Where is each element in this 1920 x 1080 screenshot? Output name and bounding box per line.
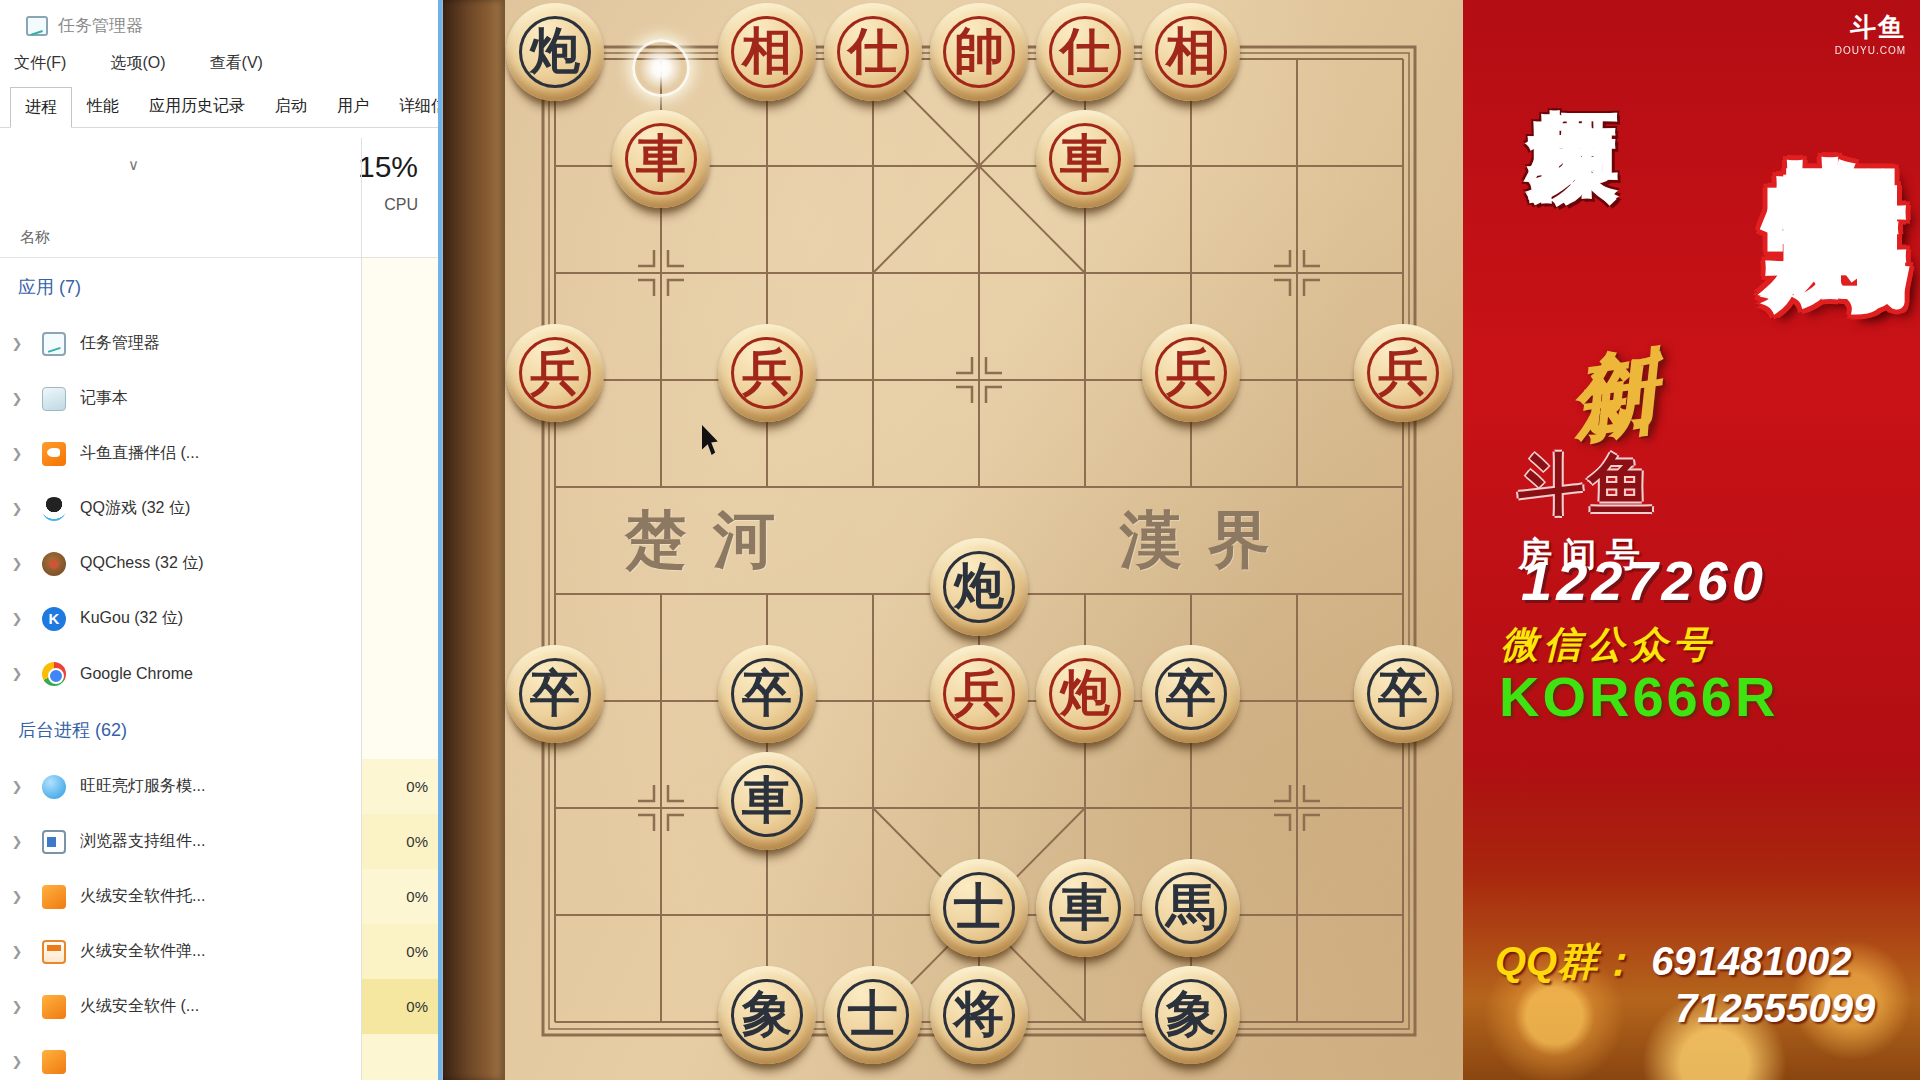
qq-group-line1: QQ群：691481002 [1495, 934, 1851, 989]
piece-red-相[interactable]: 相 [1142, 3, 1240, 101]
piece-black-炮[interactable]: 炮 [930, 538, 1028, 636]
piece-red-帥[interactable]: 帥 [930, 3, 1028, 101]
tab-启动[interactable]: 启动 [260, 86, 322, 127]
piece-glyph: 士 [848, 989, 898, 1039]
piece-black-将[interactable]: 将 [930, 966, 1028, 1064]
piece-glyph: 兵 [954, 668, 1004, 718]
browser-icon [42, 830, 66, 854]
piece-ring: 兵 [1155, 337, 1227, 409]
wechat-label: 微信公众号 [1501, 620, 1716, 670]
piece-glyph: 卒 [742, 668, 792, 718]
qqchess-icon [42, 552, 66, 576]
qq-group-number-2: 712555099 [1675, 986, 1875, 1031]
process-row[interactable]: ❯ 火绒安全软件弹... 0% [0, 924, 442, 979]
piece-ring: 相 [731, 16, 803, 88]
piece-red-仕[interactable]: 仕 [824, 3, 922, 101]
piece-glyph: 仕 [1060, 26, 1110, 76]
tab-用户[interactable]: 用户 [322, 86, 384, 127]
room-number: 1227260 [1521, 548, 1767, 613]
piece-glyph: 車 [742, 775, 792, 825]
piece-ring: 炮 [943, 551, 1015, 623]
qq-group-label: QQ群： [1495, 939, 1637, 983]
piece-glyph: 士 [954, 882, 1004, 932]
board-wood-frame [443, 0, 505, 1080]
piece-glyph: 兵 [742, 347, 792, 397]
wangwang-icon [42, 775, 66, 799]
process-name: QQ游戏 (32 位) [80, 498, 190, 519]
piece-ring: 車 [1049, 872, 1121, 944]
piece-glyph: 将 [954, 989, 1004, 1039]
taskmgr-icon [42, 332, 66, 356]
piece-glyph: 卒 [1166, 668, 1216, 718]
process-name: 旺旺亮灯服务模... [80, 776, 205, 797]
piece-black-卒[interactable]: 卒 [1354, 645, 1452, 743]
piece-black-卒[interactable]: 卒 [506, 645, 604, 743]
piece-black-象[interactable]: 象 [1142, 966, 1240, 1064]
section-header[interactable]: 后台进程 (62) [0, 701, 442, 759]
process-name: 斗鱼直播伴侣 (... [80, 443, 199, 464]
window-title: 任务管理器 [58, 14, 143, 37]
menu-item[interactable]: 文件(F) [14, 53, 66, 74]
expand-caret-icon[interactable]: ❯ [0, 666, 34, 681]
process-name: 火绒安全软件弹... [80, 941, 205, 962]
piece-ring: 相 [1155, 16, 1227, 88]
process-row[interactable]: ❯ 火绒安全软件托... 0% [0, 869, 442, 924]
tab-进程[interactable]: 进程 [10, 87, 72, 128]
piece-glyph: 仕 [848, 26, 898, 76]
process-name: 任务管理器 [80, 333, 160, 354]
piece-glyph: 車 [636, 133, 686, 183]
last-move-highlight [632, 39, 690, 97]
piece-ring: 車 [625, 123, 697, 195]
huorong2-icon [42, 940, 66, 964]
task-manager-window: 任务管理器 文件(F)选项(O)查看(V) 进程性能应用历史记录启动用户详细信息… [0, 0, 443, 1080]
menu-item[interactable]: 选项(O) [110, 53, 165, 74]
banner-stamp: 创新 [1555, 276, 1640, 288]
task-manager-titlebar[interactable]: 任务管理器 [0, 0, 442, 43]
piece-glyph: 相 [742, 26, 792, 76]
xiangqi-app-window: 楚河 漢界 炮相仕帥仕相車車兵兵兵兵炮卒卒兵炮卒卒車士車馬象士将象 [443, 0, 1463, 1080]
river-label-left: 楚河 [598, 498, 828, 582]
douyu-icon [42, 442, 66, 466]
cpu-value: 0% [362, 924, 442, 979]
banner-chessboard-photo [1463, 760, 1920, 1080]
piece-glyph: 炮 [954, 561, 1004, 611]
banner-title-vertical: 中炮对屏风马 [1758, 34, 1912, 70]
tab-详细信息[interactable]: 详细信息 [384, 86, 443, 127]
piece-glyph: 帥 [954, 26, 1004, 76]
piece-ring: 卒 [519, 658, 591, 730]
cpu-value [362, 1034, 442, 1080]
piece-glyph: 車 [1060, 133, 1110, 183]
piece-red-兵[interactable]: 兵 [718, 324, 816, 422]
process-name: QQChess (32 位) [80, 553, 204, 574]
piece-ring: 卒 [1155, 658, 1227, 730]
piece-red-炮[interactable]: 炮 [1036, 645, 1134, 743]
list-header: ∨ 15% CPU 名称 [0, 128, 442, 258]
piece-red-兵[interactable]: 兵 [1142, 324, 1240, 422]
piece-ring: 炮 [519, 16, 591, 88]
piece-ring: 兵 [519, 337, 591, 409]
cpu-column-header[interactable]: CPU [384, 196, 418, 214]
section-label: 应用 (7) [0, 275, 81, 299]
piece-black-卒[interactable]: 卒 [1142, 645, 1240, 743]
notepad-icon [42, 387, 66, 411]
menu-item[interactable]: 查看(V) [210, 53, 263, 74]
kugou-icon: K [42, 607, 66, 631]
piece-glyph: 炮 [1060, 668, 1110, 718]
piece-ring: 馬 [1155, 872, 1227, 944]
piece-red-兵[interactable]: 兵 [930, 645, 1028, 743]
piece-black-車[interactable]: 車 [718, 752, 816, 850]
piece-ring: 車 [1049, 123, 1121, 195]
piece-ring: 象 [1155, 979, 1227, 1051]
piece-glyph: 象 [742, 989, 792, 1039]
chrome-icon [42, 662, 66, 686]
piece-ring: 兵 [731, 337, 803, 409]
river-label-right: 漢界 [1093, 498, 1323, 582]
expand-caret-icon[interactable]: ❯ [0, 501, 34, 516]
cpu-value: 0% [362, 759, 442, 814]
piece-glyph: 卒 [1378, 668, 1428, 718]
qq-group-number-1: 691481002 [1651, 939, 1851, 983]
piece-black-炮[interactable]: 炮 [506, 3, 604, 101]
expand-caret-icon[interactable]: ❯ [0, 999, 34, 1014]
cpu-value: 0% [362, 869, 442, 924]
piece-red-車[interactable]: 車 [612, 110, 710, 208]
wechat-id: KOR666R [1499, 664, 1778, 729]
column-divider [361, 138, 362, 1080]
process-name: Google Chrome [80, 665, 193, 683]
huorong-icon [42, 1050, 66, 1074]
piece-glyph: 炮 [530, 26, 580, 76]
qqgame-icon [42, 497, 66, 521]
cpu-value: 0% [362, 814, 442, 869]
tab-应用历史记录[interactable]: 应用历史记录 [134, 86, 260, 127]
piece-black-車[interactable]: 車 [1036, 859, 1134, 957]
process-name: 火绒安全软件托... [80, 886, 205, 907]
name-column-header[interactable]: 名称 [20, 228, 50, 247]
process-list: 应用 (7) ❯ 任务管理器 0.1%❯ 记事本 0%❯ 斗鱼直播伴侣 (...… [0, 258, 442, 1080]
piece-red-相[interactable]: 相 [718, 3, 816, 101]
process-name: 记事本 [80, 388, 128, 409]
process-row-partial[interactable]: ❯ [0, 1034, 442, 1080]
piece-ring: 卒 [731, 658, 803, 730]
process-name: 浏览器支持组件... [80, 831, 205, 852]
expand-caret-icon[interactable]: ❯ [0, 779, 34, 794]
huorong-icon [42, 885, 66, 909]
piece-glyph: 車 [1060, 882, 1110, 932]
expand-caret-icon[interactable]: ❯ [0, 1054, 34, 1069]
process-row[interactable]: ❯ 火绒安全软件 (... 0% [0, 979, 442, 1034]
douyu-promo-banner: 斗鱼 DOUYU.COM 象棋大师 创新 斗鱼 房间号 1227260 微信公众… [1463, 0, 1920, 1080]
expand-caret-icon[interactable]: ❯ [0, 889, 34, 904]
expand-caret-icon[interactable]: ❯ [0, 391, 34, 406]
piece-ring: 兵 [1367, 337, 1439, 409]
piece-ring: 卒 [1367, 658, 1439, 730]
piece-red-兵[interactable]: 兵 [1354, 324, 1452, 422]
piece-glyph: 兵 [1378, 347, 1428, 397]
piece-ring: 士 [837, 979, 909, 1051]
expand-caret-icon[interactable]: ❯ [0, 556, 34, 571]
piece-ring: 士 [943, 872, 1015, 944]
piece-red-車[interactable]: 車 [1036, 110, 1134, 208]
piece-ring: 象 [731, 979, 803, 1051]
menu-bar: 文件(F)选项(O)查看(V) [0, 43, 442, 84]
screen: 楚河 漢界 炮相仕帥仕相車車兵兵兵兵炮卒卒兵炮卒卒車士車馬象士将象 任务管理器 … [0, 0, 1920, 1080]
expand-caret-icon[interactable]: ❯ [0, 336, 34, 351]
process-name: KuGou (32 位) [80, 608, 183, 629]
expand-caret-icon[interactable]: ❯ [0, 611, 34, 626]
piece-black-士[interactable]: 士 [930, 859, 1028, 957]
chevron-down-icon[interactable]: ∨ [128, 156, 139, 174]
piece-black-馬[interactable]: 馬 [1142, 859, 1240, 957]
piece-glyph: 卒 [530, 668, 580, 718]
piece-glyph: 兵 [530, 347, 580, 397]
huorong-icon [42, 995, 66, 1019]
piece-ring: 帥 [943, 16, 1015, 88]
cpu-total-value[interactable]: 15% [358, 150, 418, 184]
piece-ring: 仕 [837, 16, 909, 88]
section-label: 后台进程 (62) [0, 718, 127, 742]
piece-ring: 将 [943, 979, 1015, 1051]
expand-caret-icon[interactable]: ❯ [0, 944, 34, 959]
piece-black-象[interactable]: 象 [718, 966, 816, 1064]
piece-glyph: 兵 [1166, 347, 1216, 397]
process-row[interactable]: ❯ 浏览器支持组件... 0% [0, 814, 442, 869]
piece-red-仕[interactable]: 仕 [1036, 3, 1134, 101]
tab-bar: 进程性能应用历史记录启动用户详细信息 [0, 84, 442, 128]
task-manager-icon [26, 16, 48, 36]
expand-caret-icon[interactable]: ❯ [0, 446, 34, 461]
piece-glyph: 馬 [1166, 882, 1216, 932]
piece-ring: 車 [731, 765, 803, 837]
piece-glyph: 象 [1166, 989, 1216, 1039]
douyu-room-logo-text: 斗鱼 [1518, 440, 1658, 530]
expand-caret-icon[interactable]: ❯ [0, 834, 34, 849]
window-edge-highlight[interactable] [438, 0, 442, 1080]
cpu-value: 0% [362, 979, 442, 1034]
piece-black-士[interactable]: 士 [824, 966, 922, 1064]
process-name: 火绒安全软件 (... [80, 996, 199, 1017]
piece-glyph: 相 [1166, 26, 1216, 76]
piece-ring: 仕 [1049, 16, 1121, 88]
piece-red-兵[interactable]: 兵 [506, 324, 604, 422]
piece-black-卒[interactable]: 卒 [718, 645, 816, 743]
process-row[interactable]: ❯ 旺旺亮灯服务模... 0% [0, 759, 442, 814]
piece-ring: 炮 [1049, 658, 1121, 730]
piece-ring: 兵 [943, 658, 1015, 730]
tab-性能[interactable]: 性能 [72, 86, 134, 127]
